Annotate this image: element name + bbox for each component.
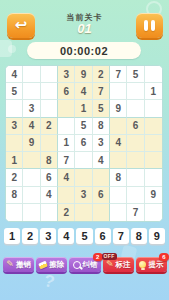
cell-r6c9[interactable] xyxy=(145,152,162,169)
notes-button[interactable]: ✎标注OFF xyxy=(103,257,134,272)
cell-r4c2[interactable]: 4 xyxy=(23,118,40,135)
cell-r9c7[interactable] xyxy=(110,204,127,221)
cell-r4c5[interactable]: 5 xyxy=(75,118,92,135)
cell-r7c9[interactable] xyxy=(145,169,162,186)
cell-r7c6[interactable] xyxy=(93,169,110,186)
cell-r2c5[interactable]: 4 xyxy=(75,83,92,100)
cell-r9c9[interactable] xyxy=(145,204,162,221)
cell-r3c5[interactable]: 1 xyxy=(75,100,92,117)
sudoku-board: 4392755647131593425869163418742648843692… xyxy=(5,65,163,222)
cell-r3c9[interactable] xyxy=(145,100,162,117)
cell-r2c8[interactable] xyxy=(127,83,144,100)
numpad-key-4[interactable]: 4 xyxy=(58,228,74,244)
check-button[interactable]: 纠错2 xyxy=(69,257,100,272)
cell-r1c7[interactable]: 7 xyxy=(110,66,127,83)
cell-r5c6[interactable]: 3 xyxy=(93,135,110,152)
cell-r5c4[interactable]: 1 xyxy=(58,135,75,152)
bottom-toolbar: ✎撤销擦除纠错2✎标注OFF提示6 xyxy=(3,257,167,277)
cell-r1c8[interactable]: 5 xyxy=(127,66,144,83)
numpad-key-7[interactable]: 7 xyxy=(113,228,129,244)
cell-r6c8[interactable] xyxy=(127,152,144,169)
cell-r6c4[interactable]: 7 xyxy=(58,152,75,169)
cell-r9c4[interactable]: 2 xyxy=(58,204,75,221)
undo-label: 撤销 xyxy=(16,260,31,270)
pause-button[interactable] xyxy=(136,13,163,38)
cell-r9c5[interactable] xyxy=(75,204,92,221)
pause-icon xyxy=(144,20,155,31)
eraser-icon xyxy=(38,260,48,269)
cell-r5c3[interactable] xyxy=(41,135,58,152)
cell-r1c3[interactable] xyxy=(41,66,58,83)
cell-r5c8[interactable] xyxy=(127,135,144,152)
cell-r2c4[interactable]: 6 xyxy=(58,83,75,100)
cell-r4c6[interactable]: 8 xyxy=(93,118,110,135)
notes-off-tag: OFF xyxy=(102,253,117,260)
cell-r3c3[interactable] xyxy=(41,100,58,117)
cell-r6c5[interactable] xyxy=(75,152,92,169)
cell-r8c5[interactable]: 3 xyxy=(75,187,92,204)
cell-r1c6[interactable]: 2 xyxy=(93,66,110,83)
cell-r5c9[interactable] xyxy=(145,135,162,152)
numpad-key-9[interactable]: 9 xyxy=(149,228,165,244)
cell-r6c2[interactable] xyxy=(23,152,40,169)
cell-r4c9[interactable] xyxy=(145,118,162,135)
cell-r6c6[interactable]: 4 xyxy=(93,152,110,169)
numpad-key-2[interactable]: 2 xyxy=(22,228,38,244)
magnifier-icon xyxy=(73,261,81,269)
cell-r1c9[interactable] xyxy=(145,66,162,83)
cell-r3c4[interactable] xyxy=(58,100,75,117)
timer-display: 00:00:02 xyxy=(27,42,141,59)
cell-r3c6[interactable]: 5 xyxy=(93,100,110,117)
cell-r3c8[interactable] xyxy=(127,100,144,117)
cell-r8c9[interactable]: 9 xyxy=(145,187,162,204)
pencil-icon: ✎ xyxy=(6,260,14,269)
sudoku-app: ? ↩ 当前关卡 01 00:00:02 4392755647131593425… xyxy=(0,0,169,300)
bulb-icon xyxy=(139,261,146,268)
cell-r2c2[interactable] xyxy=(23,83,40,100)
cell-r2c3[interactable] xyxy=(41,83,58,100)
numpad-key-6[interactable]: 6 xyxy=(95,228,111,244)
hint-button[interactable]: 提示6 xyxy=(136,257,167,272)
cell-r5c2[interactable]: 9 xyxy=(23,135,40,152)
cell-r9c8[interactable]: 7 xyxy=(127,204,144,221)
cell-r5c7[interactable]: 4 xyxy=(110,135,127,152)
cell-r3c2[interactable]: 3 xyxy=(23,100,40,117)
erase-label: 擦除 xyxy=(49,260,64,270)
cell-r7c3[interactable]: 6 xyxy=(41,169,58,186)
numpad-key-1[interactable]: 1 xyxy=(4,228,20,244)
cell-r6c3[interactable]: 8 xyxy=(41,152,58,169)
puzzle-piece-decoration xyxy=(0,40,12,57)
cell-r7c5[interactable] xyxy=(75,169,92,186)
cell-r6c1[interactable]: 1 xyxy=(6,152,23,169)
cell-r4c4[interactable] xyxy=(58,118,75,135)
cell-r2c1[interactable]: 5 xyxy=(6,83,23,100)
hint-label: 提示 xyxy=(148,260,163,270)
cell-r7c1[interactable]: 2 xyxy=(6,169,23,186)
cell-r4c3[interactable]: 2 xyxy=(41,118,58,135)
cell-r7c4[interactable]: 4 xyxy=(58,169,75,186)
cell-r8c6[interactable]: 6 xyxy=(93,187,110,204)
numpad-key-5[interactable]: 5 xyxy=(76,228,92,244)
undo-button[interactable]: ✎撤销 xyxy=(3,257,34,272)
notes-label: 标注 xyxy=(115,260,130,270)
cell-r8c8[interactable] xyxy=(127,187,144,204)
cell-r8c4[interactable] xyxy=(58,187,75,204)
cell-r3c1[interactable] xyxy=(6,100,23,117)
cell-r1c1[interactable]: 4 xyxy=(6,66,23,83)
cell-r4c8[interactable]: 6 xyxy=(127,118,144,135)
cell-r5c5[interactable]: 6 xyxy=(75,135,92,152)
cell-r1c4[interactable]: 3 xyxy=(58,66,75,83)
numpad-key-8[interactable]: 8 xyxy=(131,228,147,244)
cell-r7c2[interactable] xyxy=(23,169,40,186)
cell-r3c7[interactable]: 9 xyxy=(110,100,127,117)
pencil-icon: ✎ xyxy=(106,260,114,269)
cell-r2c7[interactable] xyxy=(110,83,127,100)
cell-r4c7[interactable] xyxy=(110,118,127,135)
cell-r6c7[interactable] xyxy=(110,152,127,169)
cell-r1c5[interactable]: 9 xyxy=(75,66,92,83)
cell-r2c6[interactable]: 7 xyxy=(93,83,110,100)
cell-r8c7[interactable] xyxy=(110,187,127,204)
hint-badge: 6 xyxy=(159,253,169,261)
cell-r8c1[interactable]: 8 xyxy=(6,187,23,204)
cell-r9c2[interactable] xyxy=(23,204,40,221)
cell-r7c8[interactable] xyxy=(127,169,144,186)
cell-r9c3[interactable] xyxy=(41,204,58,221)
check-label: 纠错 xyxy=(83,260,98,270)
cell-r1c2[interactable] xyxy=(23,66,40,83)
cell-r9c6[interactable] xyxy=(93,204,110,221)
erase-button[interactable]: 擦除 xyxy=(36,257,67,272)
cell-r5c1[interactable] xyxy=(6,135,23,152)
cell-r7c7[interactable]: 8 xyxy=(110,169,127,186)
cell-r8c2[interactable] xyxy=(23,187,40,204)
numpad-key-3[interactable]: 3 xyxy=(40,228,56,244)
cell-r9c1[interactable] xyxy=(6,204,23,221)
cell-r4c1[interactable]: 3 xyxy=(6,118,23,135)
cell-r8c3[interactable]: 4 xyxy=(41,187,58,204)
number-pad: 123456789 xyxy=(4,228,165,244)
cell-r2c9[interactable]: 1 xyxy=(145,83,162,100)
